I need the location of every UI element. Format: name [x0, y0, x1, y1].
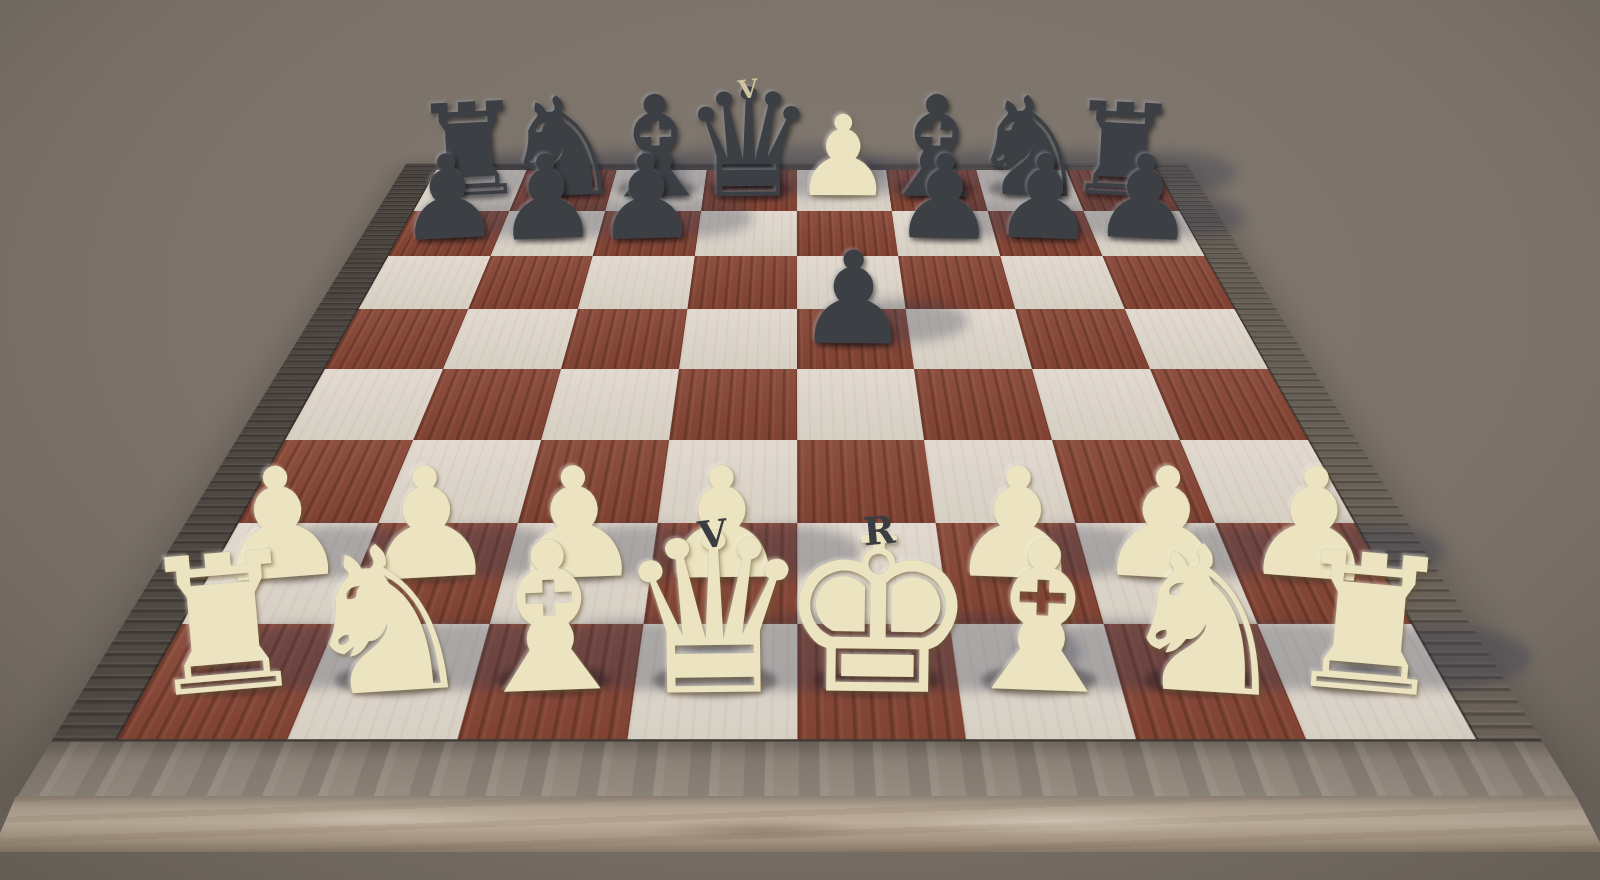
piece-black-pawn-e5[interactable]: ♟: [776, 234, 931, 364]
crest-letter: V: [737, 77, 760, 105]
piece-white-rook-h1[interactable]: ♜: [1248, 521, 1490, 729]
crest-letter: V: [696, 515, 730, 556]
pieces-layer: ♜♞♝♛V♟♝♞♜♟♟♟♟♟♟♟♟♟♟♟♟♟♟♜♞♝♛V♚R♝♞♜: [0, 0, 1600, 880]
pawn-glyph: ♟: [576, 138, 718, 257]
rook-glyph: ♜: [1248, 521, 1490, 729]
pawn-glyph: ♟: [776, 234, 931, 364]
piece-black-pawn-c7[interactable]: ♟: [576, 138, 718, 257]
game-scene: ♜♞♝♛V♟♝♞♜♟♟♟♟♟♟♟♟♟♟♟♟♟♟♜♞♝♛V♚R♝♞♜: [0, 0, 1600, 880]
crest-letter: R: [861, 511, 896, 552]
piece-black-pawn-h7[interactable]: ♟: [1071, 136, 1217, 260]
pawn-glyph: ♟: [1071, 136, 1217, 260]
